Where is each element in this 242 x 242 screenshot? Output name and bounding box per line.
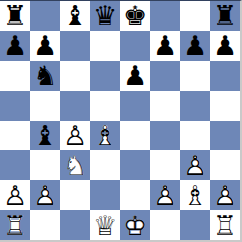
- square-f8[interactable]: [150, 1, 180, 31]
- square-b2[interactable]: ♟♙: [30, 180, 60, 210]
- white-pawn-outline-icon: ♙: [60, 121, 90, 151]
- white-bishop-piece[interactable]: ♝♗: [90, 121, 120, 151]
- white-pawn-piece[interactable]: ♟♙: [150, 180, 180, 210]
- white-bishop-outline-icon: ♗: [90, 121, 120, 151]
- black-pawn-piece[interactable]: ♟: [150, 31, 180, 61]
- black-pawn-piece[interactable]: ♟: [210, 31, 240, 61]
- white-rook-piece[interactable]: ♜♖: [210, 210, 240, 240]
- square-h2[interactable]: ♟♙: [210, 180, 240, 210]
- black-pawn-piece[interactable]: ♟: [30, 31, 60, 61]
- square-a3[interactable]: [0, 150, 30, 180]
- black-king-piece[interactable]: ♚: [120, 1, 150, 31]
- black-bishop-icon: ♝: [30, 121, 60, 151]
- black-rook-piece[interactable]: ♜: [210, 1, 240, 31]
- square-b6[interactable]: ♞: [30, 61, 60, 91]
- square-h3[interactable]: [210, 150, 240, 180]
- square-f6[interactable]: [150, 61, 180, 91]
- square-d7[interactable]: [90, 31, 120, 61]
- white-queen-piece[interactable]: ♛♕: [90, 210, 120, 240]
- black-knight-icon: ♞: [30, 61, 60, 91]
- white-rook-piece[interactable]: ♜♖: [0, 210, 30, 240]
- square-d2[interactable]: [90, 180, 120, 210]
- square-e3[interactable]: [120, 150, 150, 180]
- square-d6[interactable]: [90, 61, 120, 91]
- square-h4[interactable]: [210, 121, 240, 151]
- square-d1[interactable]: ♛♕: [90, 210, 120, 240]
- black-queen-icon: ♛: [90, 1, 120, 31]
- black-pawn-piece[interactable]: ♟: [120, 61, 150, 91]
- square-f2[interactable]: ♟♙: [150, 180, 180, 210]
- square-c2[interactable]: [60, 180, 90, 210]
- white-king-outline-icon: ♔: [120, 210, 150, 240]
- square-f7[interactable]: ♟: [150, 31, 180, 61]
- square-b3[interactable]: [30, 150, 60, 180]
- white-rook-outline-icon: ♖: [210, 210, 240, 240]
- square-e6[interactable]: ♟: [120, 61, 150, 91]
- white-pawn-piece[interactable]: ♟♙: [180, 150, 210, 180]
- square-e1[interactable]: ♚♔: [120, 210, 150, 240]
- white-knight-outline-icon: ♘: [60, 150, 90, 180]
- white-pawn-outline-icon: ♙: [0, 180, 30, 210]
- square-a7[interactable]: ♟: [0, 31, 30, 61]
- black-bishop-icon: ♝: [60, 1, 90, 31]
- white-king-piece[interactable]: ♚♔: [120, 210, 150, 240]
- square-b7[interactable]: ♟: [30, 31, 60, 61]
- square-e4[interactable]: [120, 121, 150, 151]
- square-f1[interactable]: [150, 210, 180, 240]
- square-d8[interactable]: ♛: [90, 1, 120, 31]
- white-rook-outline-icon: ♖: [0, 210, 30, 240]
- square-b5[interactable]: [30, 91, 60, 121]
- square-b8[interactable]: [30, 1, 60, 31]
- white-pawn-outline-icon: ♙: [180, 150, 210, 180]
- square-f4[interactable]: [150, 121, 180, 151]
- square-g3[interactable]: ♟♙: [180, 150, 210, 180]
- square-c8[interactable]: ♝: [60, 1, 90, 31]
- black-pawn-piece[interactable]: ♟: [0, 31, 30, 61]
- square-g7[interactable]: ♟: [180, 31, 210, 61]
- white-pawn-outline-icon: ♙: [210, 180, 240, 210]
- black-king-icon: ♚: [120, 1, 150, 31]
- square-h8[interactable]: ♜: [210, 1, 240, 31]
- square-d4[interactable]: ♝♗: [90, 121, 120, 151]
- square-c5[interactable]: [60, 91, 90, 121]
- square-h5[interactable]: [210, 91, 240, 121]
- square-b4[interactable]: ♝: [30, 121, 60, 151]
- square-g1[interactable]: [180, 210, 210, 240]
- square-e5[interactable]: [120, 91, 150, 121]
- white-queen-outline-icon: ♕: [90, 210, 120, 240]
- black-rook-icon: ♜: [0, 1, 30, 31]
- square-a6[interactable]: [0, 61, 30, 91]
- square-g5[interactable]: [180, 91, 210, 121]
- white-bishop-outline-icon: ♗: [180, 180, 210, 210]
- square-f3[interactable]: [150, 150, 180, 180]
- square-g8[interactable]: [180, 1, 210, 31]
- black-rook-piece[interactable]: ♜: [0, 1, 30, 31]
- square-a1[interactable]: ♜♖: [0, 210, 30, 240]
- square-d5[interactable]: [90, 91, 120, 121]
- white-pawn-piece[interactable]: ♟♙: [0, 180, 30, 210]
- black-pawn-icon: ♟: [0, 31, 30, 61]
- black-pawn-icon: ♟: [120, 61, 150, 91]
- white-pawn-piece[interactable]: ♟♙: [60, 121, 90, 151]
- square-g2[interactable]: ♝♗: [180, 180, 210, 210]
- black-queen-piece[interactable]: ♛: [90, 1, 120, 31]
- square-g6[interactable]: [180, 61, 210, 91]
- square-c6[interactable]: [60, 61, 90, 91]
- white-pawn-piece[interactable]: ♟♙: [30, 180, 60, 210]
- square-d3[interactable]: [90, 150, 120, 180]
- square-h7[interactable]: ♟: [210, 31, 240, 61]
- square-c3[interactable]: ♞♘: [60, 150, 90, 180]
- square-h6[interactable]: [210, 61, 240, 91]
- square-f5[interactable]: [150, 91, 180, 121]
- square-c1[interactable]: [60, 210, 90, 240]
- white-pawn-outline-icon: ♙: [30, 180, 60, 210]
- black-pawn-icon: ♟: [210, 31, 240, 61]
- black-rook-icon: ♜: [210, 1, 240, 31]
- black-knight-piece[interactable]: ♞: [30, 61, 60, 91]
- square-e7[interactable]: [120, 31, 150, 61]
- black-pawn-icon: ♟: [180, 31, 210, 61]
- white-knight-piece[interactable]: ♞♘: [60, 150, 90, 180]
- square-a4[interactable]: [0, 121, 30, 151]
- square-h1[interactable]: ♜♖: [210, 210, 240, 240]
- square-e8[interactable]: ♚: [120, 1, 150, 31]
- black-pawn-piece[interactable]: ♟: [180, 31, 210, 61]
- square-a8[interactable]: ♜: [0, 1, 30, 31]
- white-pawn-outline-icon: ♙: [150, 180, 180, 210]
- square-b1[interactable]: [30, 210, 60, 240]
- square-c7[interactable]: [60, 31, 90, 61]
- square-a2[interactable]: ♟♙: [0, 180, 30, 210]
- white-pawn-piece[interactable]: ♟♙: [210, 180, 240, 210]
- square-a5[interactable]: [0, 91, 30, 121]
- black-pawn-icon: ♟: [150, 31, 180, 61]
- black-pawn-icon: ♟: [30, 31, 60, 61]
- white-bishop-piece[interactable]: ♝♗: [180, 180, 210, 210]
- square-g4[interactable]: [180, 121, 210, 151]
- chess-board: ♜♝♛♚♜♟♟♟♟♟♞♟♝♟♙♝♗♞♘♟♙♟♙♟♙♟♙♝♗♟♙♜♖♛♕♚♔♜♖: [0, 0, 242, 242]
- black-bishop-piece[interactable]: ♝: [60, 1, 90, 31]
- square-c4[interactable]: ♟♙: [60, 121, 90, 151]
- square-e2[interactable]: [120, 180, 150, 210]
- black-bishop-piece[interactable]: ♝: [30, 121, 60, 151]
